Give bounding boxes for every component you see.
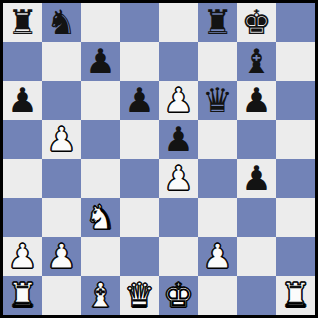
piece-white-pawn[interactable]: ♟ xyxy=(46,122,76,156)
square-c1[interactable]: ♝ xyxy=(81,276,120,315)
piece-white-pawn[interactable]: ♟ xyxy=(163,83,193,117)
square-c7[interactable]: ♟ xyxy=(81,42,120,81)
square-g3[interactable] xyxy=(237,198,276,237)
square-b3[interactable] xyxy=(42,198,81,237)
square-h2[interactable] xyxy=(276,237,315,276)
piece-black-pawn[interactable]: ♟ xyxy=(7,83,37,117)
square-e3[interactable] xyxy=(159,198,198,237)
square-d3[interactable] xyxy=(120,198,159,237)
piece-black-bishop[interactable]: ♝ xyxy=(241,44,271,78)
square-d8[interactable] xyxy=(120,3,159,42)
square-e8[interactable] xyxy=(159,3,198,42)
square-a4[interactable] xyxy=(3,159,42,198)
square-g8[interactable]: ♚ xyxy=(237,3,276,42)
square-a1[interactable]: ♜ xyxy=(3,276,42,315)
piece-black-pawn[interactable]: ♟ xyxy=(241,161,271,195)
square-h6[interactable] xyxy=(276,81,315,120)
piece-white-knight[interactable]: ♞ xyxy=(85,200,115,234)
piece-black-pawn[interactable]: ♟ xyxy=(85,44,115,78)
square-g7[interactable]: ♝ xyxy=(237,42,276,81)
square-e6[interactable]: ♟ xyxy=(159,81,198,120)
square-e1[interactable]: ♚ xyxy=(159,276,198,315)
piece-white-pawn[interactable]: ♟ xyxy=(163,161,193,195)
square-d7[interactable] xyxy=(120,42,159,81)
piece-white-pawn[interactable]: ♟ xyxy=(202,239,232,273)
square-g5[interactable] xyxy=(237,120,276,159)
square-b2[interactable]: ♟ xyxy=(42,237,81,276)
square-c5[interactable] xyxy=(81,120,120,159)
square-g4[interactable]: ♟ xyxy=(237,159,276,198)
piece-white-bishop[interactable]: ♝ xyxy=(85,278,115,312)
square-a8[interactable]: ♜ xyxy=(3,3,42,42)
piece-white-king[interactable]: ♚ xyxy=(163,278,193,312)
square-f1[interactable] xyxy=(198,276,237,315)
square-a5[interactable] xyxy=(3,120,42,159)
square-b4[interactable] xyxy=(42,159,81,198)
piece-white-pawn[interactable]: ♟ xyxy=(46,239,76,273)
square-g1[interactable] xyxy=(237,276,276,315)
square-f4[interactable] xyxy=(198,159,237,198)
square-b1[interactable] xyxy=(42,276,81,315)
square-h1[interactable]: ♜ xyxy=(276,276,315,315)
square-e4[interactable]: ♟ xyxy=(159,159,198,198)
square-b7[interactable] xyxy=(42,42,81,81)
square-d6[interactable]: ♟ xyxy=(120,81,159,120)
square-b6[interactable] xyxy=(42,81,81,120)
square-c3[interactable]: ♞ xyxy=(81,198,120,237)
chess-board: ♜♞♜♚♟♝♟♟♟♛♟♟♟♟♟♞♟♟♟♜♝♛♚♜ xyxy=(0,0,318,318)
piece-white-rook[interactable]: ♜ xyxy=(280,278,310,312)
piece-black-queen[interactable]: ♛ xyxy=(202,83,232,117)
square-f7[interactable] xyxy=(198,42,237,81)
square-b8[interactable]: ♞ xyxy=(42,3,81,42)
piece-black-pawn[interactable]: ♟ xyxy=(163,122,193,156)
piece-black-pawn[interactable]: ♟ xyxy=(124,83,154,117)
square-c4[interactable] xyxy=(81,159,120,198)
square-d4[interactable] xyxy=(120,159,159,198)
piece-black-knight[interactable]: ♞ xyxy=(46,5,76,39)
piece-black-pawn[interactable]: ♟ xyxy=(241,83,271,117)
square-e7[interactable] xyxy=(159,42,198,81)
square-a3[interactable] xyxy=(3,198,42,237)
piece-black-king[interactable]: ♚ xyxy=(241,5,271,39)
square-e5[interactable]: ♟ xyxy=(159,120,198,159)
square-g6[interactable]: ♟ xyxy=(237,81,276,120)
square-g2[interactable] xyxy=(237,237,276,276)
square-f3[interactable] xyxy=(198,198,237,237)
square-e2[interactable] xyxy=(159,237,198,276)
square-f5[interactable] xyxy=(198,120,237,159)
square-d2[interactable] xyxy=(120,237,159,276)
square-d1[interactable]: ♛ xyxy=(120,276,159,315)
square-b5[interactable]: ♟ xyxy=(42,120,81,159)
square-a7[interactable] xyxy=(3,42,42,81)
piece-black-rook[interactable]: ♜ xyxy=(202,5,232,39)
square-h3[interactable] xyxy=(276,198,315,237)
square-h4[interactable] xyxy=(276,159,315,198)
square-h7[interactable] xyxy=(276,42,315,81)
square-c8[interactable] xyxy=(81,3,120,42)
square-a2[interactable]: ♟ xyxy=(3,237,42,276)
piece-white-queen[interactable]: ♛ xyxy=(124,278,154,312)
square-h8[interactable] xyxy=(276,3,315,42)
square-h5[interactable] xyxy=(276,120,315,159)
piece-white-rook[interactable]: ♜ xyxy=(7,278,37,312)
square-a6[interactable]: ♟ xyxy=(3,81,42,120)
square-c2[interactable] xyxy=(81,237,120,276)
piece-black-rook[interactable]: ♜ xyxy=(7,5,37,39)
square-d5[interactable] xyxy=(120,120,159,159)
square-c6[interactable] xyxy=(81,81,120,120)
piece-white-pawn[interactable]: ♟ xyxy=(7,239,37,273)
square-f8[interactable]: ♜ xyxy=(198,3,237,42)
square-f6[interactable]: ♛ xyxy=(198,81,237,120)
square-f2[interactable]: ♟ xyxy=(198,237,237,276)
